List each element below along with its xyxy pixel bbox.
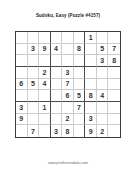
sudoku-cell-r2c6: 8 <box>74 44 86 56</box>
sudoku-cell-r7c7 <box>85 102 97 114</box>
sudoku-cell-r5c6 <box>74 79 86 91</box>
sudoku-cell-r3c9: 8 <box>108 55 120 67</box>
sudoku-cell-r8c8 <box>97 114 109 126</box>
sudoku-cell-r6c7: 8 <box>85 90 97 102</box>
sudoku-cell-r5c4 <box>51 79 63 91</box>
sudoku-cell-r4c7 <box>85 67 97 79</box>
sudoku-cell-r2c7 <box>85 44 97 56</box>
sudoku-cell-r5c7 <box>85 79 97 91</box>
sudoku-cell-r9c2: 7 <box>28 125 40 137</box>
sudoku-cell-r3c6 <box>74 55 86 67</box>
sudoku-cell-r3c5 <box>62 55 74 67</box>
sudoku-cell-r1c4 <box>51 32 63 44</box>
sudoku-cell-r9c5: 8 <box>62 125 74 137</box>
sudoku-cell-r9c7: 9 <box>85 125 97 137</box>
page-title: Sudoku, Easy (Puzzle #4157) <box>0 13 136 19</box>
sudoku-cell-r5c3: 4 <box>39 79 51 91</box>
sudoku-cell-r6c8: 4 <box>97 90 109 102</box>
sudoku-cell-r6c3 <box>39 90 51 102</box>
sudoku-cell-r6c9 <box>108 90 120 102</box>
sudoku-cell-r4c6 <box>74 67 86 79</box>
sudoku-cell-r8c3 <box>39 114 51 126</box>
sudoku-cell-r4c8 <box>97 67 109 79</box>
sudoku-cell-r4c1 <box>16 67 28 79</box>
sudoku-cell-r9c9 <box>108 125 120 137</box>
sudoku-cell-r6c6: 5 <box>74 90 86 102</box>
sudoku-cell-r7c5 <box>62 102 74 114</box>
footer-url: www.printfreesudoku.com <box>0 161 136 166</box>
sudoku-cell-r8c4 <box>51 114 63 126</box>
sudoku-cell-r7c8 <box>97 102 109 114</box>
sudoku-cell-r4c2 <box>28 67 40 79</box>
sudoku-cell-r8c9 <box>108 114 120 126</box>
sudoku-cell-r5c5: 7 <box>62 79 74 91</box>
sudoku-cell-r3c3 <box>39 55 51 67</box>
sudoku-cell-r2c3: 9 <box>39 44 51 56</box>
sudoku-cell-r3c8: 3 <box>97 55 109 67</box>
sudoku-cell-r7c6: 7 <box>74 102 86 114</box>
sudoku-cell-r5c2: 5 <box>28 79 40 91</box>
sudoku-cell-r5c8 <box>97 79 109 91</box>
sudoku-cell-r7c2 <box>28 102 40 114</box>
sudoku-grid: 139485738236547658431792373892 <box>15 31 121 138</box>
sudoku-cell-r8c6 <box>74 114 86 126</box>
sudoku-cell-r1c9 <box>108 32 120 44</box>
sudoku-cell-r6c4 <box>51 90 63 102</box>
sudoku-cell-r4c4 <box>51 67 63 79</box>
sudoku-cell-r2c9: 7 <box>108 44 120 56</box>
sudoku-cell-r7c4 <box>51 102 63 114</box>
sudoku-cell-r1c1 <box>16 32 28 44</box>
sudoku-cell-r9c4: 3 <box>51 125 63 137</box>
sudoku-cell-r3c7 <box>85 55 97 67</box>
sudoku-cell-r2c4: 4 <box>51 44 63 56</box>
sudoku-cell-r1c6 <box>74 32 86 44</box>
sudoku-cell-r5c9 <box>108 79 120 91</box>
sudoku-cell-r1c2 <box>28 32 40 44</box>
sudoku-cell-r4c3: 2 <box>39 67 51 79</box>
sudoku-cell-r9c1 <box>16 125 28 137</box>
sudoku-cell-r2c5 <box>62 44 74 56</box>
sudoku-cell-r9c3 <box>39 125 51 137</box>
sudoku-cell-r4c9 <box>108 67 120 79</box>
sudoku-cell-r7c3: 1 <box>39 102 51 114</box>
sudoku-cell-r6c2 <box>28 90 40 102</box>
sudoku-cell-r2c1 <box>16 44 28 56</box>
sudoku-cell-r3c4 <box>51 55 63 67</box>
sudoku-cell-r1c7: 1 <box>85 32 97 44</box>
sudoku-cell-r8c2 <box>28 114 40 126</box>
sudoku-cell-r1c8 <box>97 32 109 44</box>
sudoku-cell-r2c8: 5 <box>97 44 109 56</box>
sudoku-cell-r8c5: 2 <box>62 114 74 126</box>
sudoku-cell-r7c1: 3 <box>16 102 28 114</box>
sudoku-cell-r9c6 <box>74 125 86 137</box>
sudoku-cell-r4c5: 3 <box>62 67 74 79</box>
sudoku-cell-r1c5 <box>62 32 74 44</box>
sudoku-cell-r1c3 <box>39 32 51 44</box>
sudoku-cell-r3c1 <box>16 55 28 67</box>
sudoku-cell-r2c2: 3 <box>28 44 40 56</box>
sudoku-cell-r8c7: 3 <box>85 114 97 126</box>
sudoku-cell-r8c1: 9 <box>16 114 28 126</box>
sudoku-cell-r5c1: 6 <box>16 79 28 91</box>
sudoku-cell-r6c1 <box>16 90 28 102</box>
sudoku-cell-r9c8: 2 <box>97 125 109 137</box>
sudoku-cell-r7c9 <box>108 102 120 114</box>
sudoku-cell-r6c5: 6 <box>62 90 74 102</box>
sudoku-cell-r3c2 <box>28 55 40 67</box>
